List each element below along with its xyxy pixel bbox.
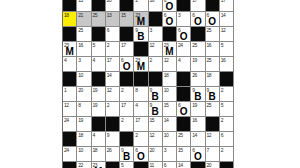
cell-r2c5[interactable]: 15 (120, 12, 134, 27)
cell-r8c2[interactable]: 8 (77, 102, 91, 117)
cipher-number: 6 (221, 132, 223, 138)
cell-r4c11[interactable]: 16 (206, 42, 220, 57)
cipher-number: 21 (78, 12, 83, 18)
codeword-grid: 13202166O1717182125131523M6O36O6O142569B… (62, 0, 234, 168)
cipher-number: 24 (64, 117, 69, 123)
cell-r5c12[interactable]: 16 (220, 57, 234, 72)
cell-r7c10[interactable]: 9B (191, 87, 205, 102)
cipher-number: 17 (221, 0, 226, 3)
cipher-number: 20 (107, 0, 112, 3)
black-cell-r6c9[interactable] (177, 72, 191, 87)
cipher-number: 2 (221, 117, 223, 123)
cipher-number: 6 (164, 162, 166, 168)
black-cell-r1c1[interactable] (63, 0, 77, 12)
cell-r8c9[interactable]: 6O (177, 102, 191, 117)
cell-r6c10[interactable]: 26 (191, 72, 205, 87)
cell-r7c4[interactable]: 12 (106, 87, 120, 102)
cell-r2c6[interactable]: 23M (134, 12, 148, 27)
solved-letter-M: M (134, 61, 147, 71)
cipher-number: 2 (221, 87, 223, 93)
cell-r11c6[interactable]: 6O (134, 147, 148, 162)
cipher-number: 12 (207, 132, 212, 138)
cipher-number: 17 (107, 57, 112, 63)
cell-r2c1[interactable]: 18 (63, 12, 77, 27)
cipher-number: 1 (64, 87, 66, 93)
cipher-number: 3 (164, 147, 166, 153)
cell-r7c3[interactable]: 19 (92, 87, 106, 102)
cipher-number: 2 (107, 42, 109, 48)
black-cell-r7c9[interactable] (177, 87, 191, 102)
cipher-number: 13 (107, 12, 112, 18)
cipher-number: 26 (192, 72, 197, 78)
cipher-number: 10 (164, 132, 169, 138)
cell-r10c4[interactable]: 9 (106, 132, 120, 147)
cell-r1c7[interactable]: 16 (149, 0, 163, 12)
cell-r7c8[interactable]: 10 (163, 87, 177, 102)
cipher-number: 9 (107, 132, 109, 138)
black-cell-r1c3[interactable] (92, 0, 106, 12)
solved-letter-M: M (163, 46, 176, 56)
solved-letter-B: B (206, 91, 219, 101)
cipher-number: 25 (207, 102, 212, 108)
cell-r10c3[interactable]: 4 (92, 132, 106, 147)
cell-r11c1[interactable]: 24 (63, 147, 77, 162)
cell-r3c12[interactable]: 12 (220, 27, 234, 42)
cipher-number: 20 (207, 162, 212, 168)
cipher-number: 25 (78, 27, 83, 33)
cell-r6c11[interactable]: 18 (206, 72, 220, 87)
cell-r3c6[interactable]: 9B (134, 27, 148, 42)
cipher-number: 12 (150, 132, 155, 138)
cipher-number: 5 (221, 102, 223, 108)
cipher-number: 10 (78, 147, 83, 153)
cipher-number: 19 (93, 102, 98, 108)
black-cell-r6c1[interactable] (63, 72, 77, 87)
cipher-number: 14 (221, 12, 226, 18)
cell-r4c7[interactable]: 12 (149, 42, 163, 57)
cell-r1c4[interactable]: 20 (106, 0, 120, 12)
black-cell-r12c6[interactable] (134, 162, 148, 168)
cell-r12c9[interactable]: 14 (177, 162, 191, 168)
cell-r4c5[interactable]: 17 (120, 42, 134, 57)
cell-r7c5[interactable]: 2 (120, 87, 134, 102)
cell-r12c2[interactable]: 22 (77, 162, 91, 168)
cipher-number: 19 (192, 57, 197, 63)
cipher-number: 19 (78, 117, 83, 123)
cipher-number: 2 (121, 117, 123, 123)
cipher-number: 5 (221, 42, 223, 48)
cipher-number: 3 (150, 27, 152, 33)
cell-r8c3[interactable]: 19 (92, 102, 106, 117)
cipher-number: 16 (221, 57, 226, 63)
cell-r11c11[interactable]: 7 (206, 147, 220, 162)
cipher-number: 14 (164, 117, 169, 123)
cell-r10c11[interactable]: 12 (206, 132, 220, 147)
cell-r1c8[interactable]: 6O (163, 0, 177, 12)
cipher-number: 10 (164, 87, 169, 93)
solved-letter-B: B (120, 151, 133, 161)
cipher-number: 25 (192, 42, 197, 48)
cell-r6c4[interactable]: 14 (106, 72, 120, 87)
cipher-number: 25 (207, 57, 212, 63)
cipher-number: 16 (78, 42, 83, 48)
solved-letter-O: O (177, 106, 190, 116)
cipher-number: 2 (107, 102, 109, 108)
cell-r12c11[interactable]: 20 (206, 162, 220, 168)
cell-r5c5[interactable]: 6O (120, 57, 134, 72)
cipher-number: 10 (78, 72, 83, 78)
cipher-number: 17 (121, 42, 126, 48)
cipher-number: 2 (221, 147, 223, 153)
cipher-number: 18 (164, 72, 169, 78)
black-cell-r12c4[interactable] (106, 162, 120, 168)
cipher-number: 5 (93, 42, 95, 48)
cell-r2c8[interactable]: 6O (163, 12, 177, 27)
cell-r2c3[interactable]: 25 (92, 12, 106, 27)
cell-r4c10[interactable]: 25 (191, 42, 205, 57)
cipher-number: 18 (93, 147, 98, 153)
solved-letter-B: B (149, 91, 162, 101)
cell-r5c4[interactable]: 17 (106, 57, 120, 72)
cell-r10c6[interactable]: 2 (134, 132, 148, 147)
cipher-number: 18 (207, 72, 212, 78)
cipher-number: 4 (178, 57, 180, 63)
black-cell-r9c4[interactable] (106, 117, 120, 132)
cell-r8c8[interactable]: 15 (163, 102, 177, 117)
black-cell-r6c7[interactable] (149, 72, 163, 87)
cell-r8c4[interactable]: 2 (106, 102, 120, 117)
cipher-number: 25 (178, 132, 183, 138)
cell-r7c2[interactable]: 20 (77, 87, 91, 102)
black-cell-r9c11[interactable] (206, 117, 220, 132)
cell-r6c2[interactable]: 10 (77, 72, 91, 87)
cell-r1c10[interactable]: 17 (191, 0, 205, 12)
cipher-number: 16 (192, 117, 197, 123)
solved-letter-B: B (149, 106, 162, 116)
solved-letter-B: B (191, 91, 204, 101)
cell-r7c12[interactable]: 2 (220, 87, 234, 102)
cell-r11c9[interactable]: 15 (177, 147, 191, 162)
cell-r10c10[interactable]: 14 (191, 132, 205, 147)
cipher-number: 5 (121, 162, 123, 168)
cipher-number: 19 (192, 102, 197, 108)
cell-r9c1[interactable]: 24 (63, 117, 77, 132)
cell-r10c12[interactable]: 6 (220, 132, 234, 147)
cipher-number: 20 (150, 147, 155, 153)
cell-r10c2[interactable]: 18 (77, 132, 91, 147)
cell-r9c8[interactable]: 14 (163, 117, 177, 132)
cipher-number: 13 (78, 0, 83, 3)
cipher-number: 24 (178, 42, 183, 48)
cipher-number: 24 (64, 147, 69, 153)
black-cell-r3c8[interactable] (163, 27, 177, 42)
solved-letter-O: O (206, 16, 219, 26)
solved-letter-M: M (134, 16, 147, 26)
cell-r2c11[interactable]: 6O (206, 12, 220, 27)
cell-r6c8[interactable]: 18 (163, 72, 177, 87)
cell-r9c5[interactable]: 2 (120, 117, 134, 132)
black-cell-r10c5[interactable] (120, 132, 134, 147)
cipher-number: 18 (64, 12, 69, 18)
cipher-number: 26 (107, 147, 112, 153)
black-cell-r3c3[interactable] (92, 27, 106, 42)
cipher-number: 25 (207, 27, 212, 33)
cell-r2c4[interactable]: 13 (106, 12, 120, 27)
cipher-number: 6 (107, 27, 109, 33)
black-cell-r12c1[interactable] (63, 162, 77, 168)
cipher-number: 4 (93, 57, 95, 63)
cell-r7c6[interactable]: 8 (134, 87, 148, 102)
cell-r4c2[interactable]: 16 (77, 42, 91, 57)
black-cell-r1c9[interactable] (177, 0, 191, 12)
cell-r1c12[interactable]: 17 (220, 0, 234, 12)
solved-letter-O: O (163, 16, 176, 26)
cell-r12c8[interactable]: 6 (163, 162, 177, 168)
cell-r2c9[interactable]: 3 (177, 12, 191, 27)
cell-r7c1[interactable]: 1 (63, 87, 77, 102)
cell-r12c3[interactable]: 23M (92, 162, 106, 168)
cell-r12c5[interactable]: 5 (120, 162, 134, 168)
cell-r9c2[interactable]: 19 (77, 117, 91, 132)
cipher-number: 15 (164, 102, 169, 108)
cipher-number: 8 (135, 87, 137, 93)
cell-r4c9[interactable]: 24 (177, 42, 191, 57)
cipher-number: 19 (93, 87, 98, 93)
cell-r5c2[interactable]: 3 (77, 57, 91, 72)
black-cell-r6c12[interactable] (220, 72, 234, 87)
cell-r7c11[interactable]: 9B (206, 87, 220, 102)
cell-r5c7[interactable]: 2 (149, 57, 163, 72)
cell-r5c10[interactable]: 19 (191, 57, 205, 72)
cell-r7c7[interactable]: 9B (149, 87, 163, 102)
solved-letter-O: O (134, 151, 147, 161)
black-cell-r3c1[interactable] (63, 27, 77, 42)
cell-r5c3[interactable]: 4 (92, 57, 106, 72)
cell-r11c3[interactable]: 18 (92, 147, 106, 162)
black-cell-r4c6[interactable] (134, 42, 148, 57)
cipher-number: 17 (121, 102, 126, 108)
cell-r11c2[interactable]: 10 (77, 147, 91, 162)
black-cell-r3c10[interactable] (191, 27, 205, 42)
cipher-number: 14 (107, 72, 112, 78)
cell-r4c1[interactable]: 23M (63, 42, 77, 57)
cell-r5c9[interactable]: 4 (177, 57, 191, 72)
cell-r4c8[interactable]: 23M (163, 42, 177, 57)
cell-r5c8[interactable]: 12 (163, 57, 177, 72)
black-cell-r6c6[interactable] (134, 72, 148, 87)
cipher-number: 4 (93, 132, 95, 138)
solved-letter-M: M (63, 46, 76, 56)
cell-r11c7[interactable]: 20 (149, 147, 163, 162)
cell-r9c12[interactable]: 2 (220, 117, 234, 132)
cipher-number: 2 (135, 0, 137, 3)
cipher-number: 11 (150, 162, 154, 168)
cipher-number: 14 (178, 162, 183, 168)
solved-letter-O: O (177, 31, 190, 41)
cipher-number: 18 (78, 132, 83, 138)
cell-r8c10[interactable]: 19 (191, 102, 205, 117)
cipher-number: 14 (192, 132, 197, 138)
cell-r5c11[interactable]: 25 (206, 57, 220, 72)
cell-r8c5[interactable]: 17 (120, 102, 134, 117)
cipher-number: 15 (121, 12, 126, 18)
solved-letter-B: B (134, 31, 147, 41)
cipher-number: 12 (64, 102, 69, 108)
cell-r8c6[interactable]: 4 (134, 102, 148, 117)
cell-r1c2[interactable]: 13 (77, 0, 91, 12)
cipher-number: 12 (150, 42, 155, 48)
cipher-number: 12 (221, 27, 226, 33)
cipher-number: 4 (135, 102, 137, 108)
cell-r2c10[interactable]: 6O (191, 12, 205, 27)
cipher-number: 15 (150, 117, 155, 123)
cell-r2c2[interactable]: 21 (77, 12, 91, 27)
solved-letter-O: O (191, 16, 204, 26)
cipher-number: 22 (78, 162, 83, 168)
cell-r5c6[interactable]: 23M (134, 57, 148, 72)
cell-r11c5[interactable]: 9B (120, 147, 134, 162)
cipher-number: 17 (135, 117, 140, 123)
black-cell-r9c3[interactable] (92, 117, 106, 132)
cipher-number: 20 (78, 87, 83, 93)
cell-r3c2[interactable]: 25 (77, 27, 91, 42)
black-cell-r10c1[interactable] (63, 132, 77, 147)
cipher-number: 2 (121, 87, 123, 93)
cell-r2c12[interactable]: 14 (220, 12, 234, 27)
cell-r3c7[interactable]: 3 (149, 27, 163, 42)
cell-r10c9[interactable]: 25 (177, 132, 191, 147)
cell-r11c4[interactable]: 26 (106, 147, 120, 162)
black-cell-r3c5[interactable] (120, 27, 134, 42)
cell-r10c8[interactable]: 10 (163, 132, 177, 147)
black-cell-r1c5[interactable] (120, 0, 134, 12)
cipher-number: 2 (150, 57, 152, 63)
cell-r4c4[interactable]: 2 (106, 42, 120, 57)
cipher-number: 12 (164, 57, 169, 63)
cipher-number: 16 (150, 0, 155, 3)
cipher-number: 25 (93, 12, 98, 18)
cell-r9c10[interactable]: 16 (191, 117, 205, 132)
cipher-number: 4 (64, 57, 66, 63)
black-cell-r1c11[interactable] (206, 0, 220, 12)
cell-r8c7[interactable]: 9B (149, 102, 163, 117)
cell-r9c7[interactable]: 15 (149, 117, 163, 132)
cell-r5c1[interactable]: 4 (63, 57, 77, 72)
cell-r10c7[interactable]: 12 (149, 132, 163, 147)
cell-r11c10[interactable]: 6O (191, 147, 205, 162)
cipher-number: 2 (135, 132, 137, 138)
cell-r3c9[interactable]: 6O (177, 27, 191, 42)
solved-letter-O: O (120, 61, 133, 71)
solved-letter-O: O (163, 1, 176, 11)
black-cell-r9c9[interactable] (177, 117, 191, 132)
cell-r3c11[interactable]: 25 (206, 27, 220, 42)
black-cell-r2c7[interactable] (149, 12, 163, 27)
cell-r4c3[interactable]: 5 (92, 42, 106, 57)
cipher-number: 16 (207, 42, 212, 48)
black-cell-r12c10[interactable] (191, 162, 205, 168)
solved-letter-O: O (191, 151, 204, 161)
cell-r1c6[interactable]: 2 (134, 0, 148, 12)
cipher-number: 7 (207, 147, 209, 153)
cipher-number: 8 (78, 102, 80, 108)
black-cell-r6c3[interactable] (92, 72, 106, 87)
cipher-number: 3 (78, 57, 80, 63)
cell-r8c1[interactable]: 12 (63, 102, 77, 117)
solved-letter-M: M (92, 166, 105, 168)
cell-r11c8[interactable]: 3 (163, 147, 177, 162)
cipher-number: 15 (178, 147, 183, 153)
cipher-number: 17 (192, 0, 197, 3)
cell-r8c12[interactable]: 5 (220, 102, 234, 117)
black-cell-r6c5[interactable] (120, 72, 134, 87)
cipher-number: 12 (107, 87, 112, 93)
cell-r4c12[interactable]: 5 (220, 42, 234, 57)
cipher-number: 3 (178, 12, 180, 18)
black-cell-r12c12[interactable] (220, 162, 234, 168)
cell-r3c4[interactable]: 6 (106, 27, 120, 42)
cell-r12c7[interactable]: 11 (149, 162, 163, 168)
cell-r11c12[interactable]: 2 (220, 147, 234, 162)
cell-r8c11[interactable]: 25 (206, 102, 220, 117)
cell-r9c6[interactable]: 17 (134, 117, 148, 132)
